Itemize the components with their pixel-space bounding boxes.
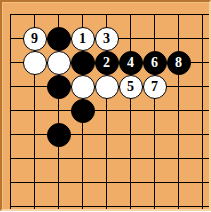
stone-black-plain-c3r2: [47, 27, 71, 51]
stone-white-plain-c2r3: [23, 51, 47, 75]
stone-white-move-3-c5r2: 3: [95, 27, 119, 51]
stone-move-number: 6: [151, 56, 158, 70]
stone-move-number: 7: [151, 80, 158, 94]
stone-black-plain-c4r3: [71, 51, 95, 75]
go-board-diagram: 913246857: [0, 0, 211, 211]
stone-black-plain-c3r4: [47, 75, 71, 99]
stone-white-move-5-c6r4: 5: [119, 75, 143, 99]
stone-black-plain-c3r6: [47, 123, 71, 147]
stone-white-plain-c5r4: [95, 75, 119, 99]
stone-move-number: 8: [175, 56, 182, 70]
stone-move-number: 5: [127, 80, 134, 94]
stone-white-plain-c3r3: [47, 51, 71, 75]
stone-move-number: 3: [103, 32, 110, 46]
board-stones: 913246857: [0, 3, 211, 212]
stone-move-number: 1: [79, 32, 86, 46]
stone-white-move-9-c2r2: 9: [23, 27, 47, 51]
stone-black-plain-c4r5: [71, 99, 95, 123]
stone-black-move-8-c8r3: 8: [167, 51, 191, 75]
stone-white-move-7-c7r4: 7: [143, 75, 167, 99]
stone-black-move-6-c7r3: 6: [143, 51, 167, 75]
stone-move-number: 4: [127, 56, 134, 70]
stone-black-move-4-c6r3: 4: [119, 51, 143, 75]
stone-white-move-1-c4r2: 1: [71, 27, 95, 51]
stone-black-move-2-c5r3: 2: [95, 51, 119, 75]
stone-move-number: 2: [103, 56, 110, 70]
stone-move-number: 9: [31, 32, 38, 46]
stone-white-plain-c4r4: [71, 75, 95, 99]
